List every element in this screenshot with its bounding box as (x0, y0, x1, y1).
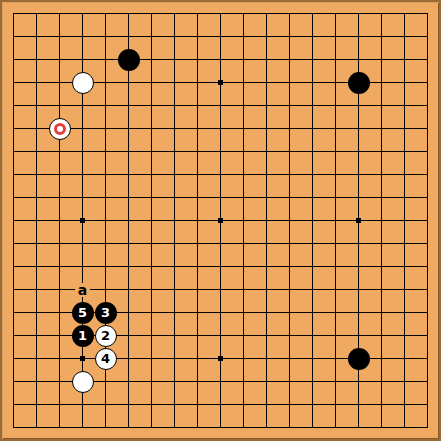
point-D6: 5 (71, 301, 94, 324)
hoshi-cell (209, 209, 232, 232)
point-D3 (71, 370, 94, 393)
white-stone-D3 (72, 371, 94, 393)
black-stone-D5-move-1: 1 (72, 325, 94, 347)
point-Q4 (347, 347, 370, 370)
point-D7: a (71, 278, 94, 301)
point-E4: 4 (94, 347, 117, 370)
goban-grid[interactable]: 53124a (2, 2, 439, 439)
black-stone-F17 (118, 49, 140, 71)
black-stone-D6-move-5: 5 (72, 302, 94, 324)
hoshi-cell (71, 209, 94, 232)
black-stone-Q4 (348, 348, 370, 370)
point-E6: 3 (94, 301, 117, 324)
hoshi-cell (209, 71, 232, 94)
white-stone-E5-move-2: 2 (95, 325, 117, 347)
point-F17 (117, 48, 140, 71)
white-stone-E4-move-4: 4 (95, 348, 117, 370)
black-stone-Q16 (348, 72, 370, 94)
star-point (356, 218, 361, 223)
point-D5: 1 (71, 324, 94, 347)
hoshi-cell (209, 347, 232, 370)
point-D16 (71, 71, 94, 94)
star-point (218, 356, 223, 361)
point-C14 (48, 117, 71, 140)
hoshi-cell (71, 347, 94, 370)
black-stone-E6-move-3: 3 (95, 302, 117, 324)
point-Q16 (347, 71, 370, 94)
goban: 53124a (0, 0, 441, 441)
star-point (80, 356, 85, 361)
white-stone-C14-marked (49, 118, 71, 140)
point-label-a: a (75, 283, 90, 297)
circle-mark-icon (54, 123, 66, 135)
hoshi-cell (347, 209, 370, 232)
white-stone-D16 (72, 72, 94, 94)
point-E5: 2 (94, 324, 117, 347)
star-point (80, 218, 85, 223)
star-point (218, 80, 223, 85)
star-point (218, 218, 223, 223)
